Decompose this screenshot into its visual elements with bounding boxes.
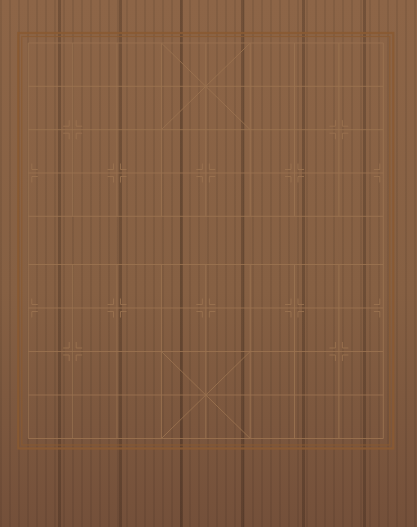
app-screen: 楚河 漢界 将士士馬卒炮炮卒仕帥車仕卒馬 将 步数：5 力游 织梦内 xyxy=(0,0,417,527)
board-grid xyxy=(0,0,417,527)
top-wood-strip xyxy=(0,0,417,13)
